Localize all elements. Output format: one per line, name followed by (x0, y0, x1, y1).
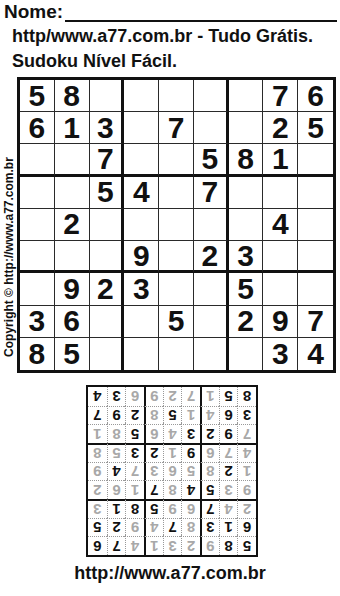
solution-cell-r5c3: 8 (200, 462, 219, 481)
cell-r5c4[interactable] (124, 209, 159, 241)
solution-cell-r6c1: 4 (237, 443, 256, 462)
cell-r7c9[interactable] (298, 273, 333, 305)
cell-r6c4: 9 (124, 241, 159, 273)
cell-r7c1[interactable] (20, 273, 55, 305)
solution-cell-r5c7: 7 (125, 462, 144, 481)
solution-cell-r8c2: 6 (219, 406, 238, 425)
cell-r4c6: 7 (194, 177, 229, 209)
solution-cell-r6c6: 2 (144, 443, 163, 462)
cell-r9c8: 3 (263, 338, 298, 370)
cell-r6c9[interactable] (298, 241, 333, 273)
solution-cell-r7c1: 7 (237, 424, 256, 443)
solution-cell-r7c3: 2 (200, 424, 219, 443)
cell-r2c6[interactable] (194, 112, 229, 144)
solution-cell-r8c6: 8 (144, 406, 163, 425)
cell-r2c8: 2 (263, 112, 298, 144)
solution-cell-r9c2: 5 (219, 387, 238, 406)
solution-cell-r7c8: 8 (107, 424, 126, 443)
solution-cell-r8c8: 9 (107, 406, 126, 425)
cell-r7c3: 2 (90, 273, 125, 305)
cell-r4c1[interactable] (20, 177, 55, 209)
solution-cell-r7c6: 6 (144, 424, 163, 443)
solution-cell-r8c5: 5 (163, 406, 182, 425)
solution-cell-r8c1: 3 (237, 406, 256, 425)
solution-cell-r9c3: 1 (200, 387, 219, 406)
solution-cell-r9c6: 9 (144, 387, 163, 406)
solution-cell-r4c4: 4 (181, 480, 200, 499)
sudoku-puzzle-grid: 587661372575815472492392353652978534 (17, 77, 336, 373)
solution-cell-r5c4: 5 (181, 462, 200, 481)
solution-cell-r1c2: 8 (219, 536, 238, 555)
name-row: Nome: (4, 1, 337, 22)
cell-r6c2[interactable] (55, 241, 90, 273)
solution-cell-r4c5: 8 (163, 480, 182, 499)
solution-cell-r1c5: 3 (163, 536, 182, 555)
solution-cell-r5c8: 4 (107, 462, 126, 481)
cell-r1c4[interactable] (124, 80, 159, 112)
solution-cell-r4c3: 5 (200, 480, 219, 499)
name-label: Nome: (4, 2, 63, 22)
solution-cell-r9c5: 2 (163, 387, 182, 406)
cell-r4c4: 4 (124, 177, 159, 209)
cell-r7c6[interactable] (194, 273, 229, 305)
cell-r2c1: 6 (20, 112, 55, 144)
cell-r8c7: 2 (229, 306, 264, 338)
cell-r8c2: 6 (55, 306, 90, 338)
solution-cell-r9c4: 7 (181, 387, 200, 406)
solution-cell-r2c3: 3 (200, 518, 219, 537)
solution-cell-r2c5: 7 (163, 518, 182, 537)
solution-cell-r7c9: 1 (88, 424, 107, 443)
footer-url: http://www.a77.com.br (0, 563, 340, 584)
cell-r6c7: 3 (229, 241, 264, 273)
solution-cell-r1c4: 2 (181, 536, 200, 555)
cell-r9c7[interactable] (229, 338, 264, 370)
solution-cell-r4c2: 3 (219, 480, 238, 499)
cell-r3c2[interactable] (55, 144, 90, 176)
solution-cell-r6c7: 3 (125, 443, 144, 462)
solution-cell-r6c5: 1 (163, 443, 182, 462)
cell-r6c3[interactable] (90, 241, 125, 273)
cell-r6c1[interactable] (20, 241, 55, 273)
name-blank-line (65, 1, 337, 22)
cell-r3c4[interactable] (124, 144, 159, 176)
cell-r9c2: 5 (55, 338, 90, 370)
solution-cell-r7c5: 4 (163, 424, 182, 443)
solution-cell-r9c8: 3 (107, 387, 126, 406)
solution-cell-r3c9: 3 (88, 499, 107, 518)
cell-r3c7: 8 (229, 144, 264, 176)
cell-r4c8[interactable] (263, 177, 298, 209)
cell-r3c5[interactable] (159, 144, 194, 176)
cell-r7c8[interactable] (263, 273, 298, 305)
cell-r9c3[interactable] (90, 338, 125, 370)
cell-r1c6[interactable] (194, 80, 229, 112)
solution-cell-r9c9: 4 (88, 387, 107, 406)
solution-cell-r5c9: 9 (88, 462, 107, 481)
solution-cell-r1c7: 4 (125, 536, 144, 555)
solution-cell-r1c9: 6 (88, 536, 107, 555)
cell-r4c2[interactable] (55, 177, 90, 209)
cell-r2c5: 7 (159, 112, 194, 144)
cell-r4c5[interactable] (159, 177, 194, 209)
cell-r8c5: 5 (159, 306, 194, 338)
solution-cell-r2c8: 2 (107, 518, 126, 537)
cell-r5c5[interactable] (159, 209, 194, 241)
cell-r5c1[interactable] (20, 209, 55, 241)
cell-r8c6[interactable] (194, 306, 229, 338)
cell-r6c5[interactable] (159, 241, 194, 273)
cell-r3c9[interactable] (298, 144, 333, 176)
cell-r9c5[interactable] (159, 338, 194, 370)
copyright-text: Copyright © http://www.a77.com.br (2, 157, 16, 357)
solution-cell-r6c9: 8 (88, 443, 107, 462)
cell-r3c1[interactable] (20, 144, 55, 176)
cell-r7c4: 3 (124, 273, 159, 305)
solution-cell-r5c2: 2 (219, 462, 238, 481)
solution-cell-r3c3: 7 (200, 499, 219, 518)
solution-cell-r5c5: 6 (163, 462, 182, 481)
cell-r4c7[interactable] (229, 177, 264, 209)
cell-r4c3: 5 (90, 177, 125, 209)
solution-cell-r6c2: 7 (219, 443, 238, 462)
solution-cell-r9c1: 8 (237, 387, 256, 406)
solution-cell-r3c8: 1 (107, 499, 126, 518)
cell-r1c8: 7 (263, 80, 298, 112)
solution-cell-r3c5: 9 (163, 499, 182, 518)
cell-r9c6[interactable] (194, 338, 229, 370)
cell-r6c6: 2 (194, 241, 229, 273)
solution-cell-r8c7: 2 (125, 406, 144, 425)
cell-r1c7[interactable] (229, 80, 264, 112)
solution-cell-r3c6: 5 (144, 499, 163, 518)
cell-r7c5[interactable] (159, 273, 194, 305)
cell-r1c5[interactable] (159, 80, 194, 112)
cell-r5c3[interactable] (90, 209, 125, 241)
cell-r3c3: 7 (90, 144, 125, 176)
solution-cell-r2c6: 4 (144, 518, 163, 537)
solution-cell-r3c7: 8 (125, 499, 144, 518)
cell-r5c6[interactable] (194, 209, 229, 241)
cell-r6c8[interactable] (263, 241, 298, 273)
solution-cell-r6c3: 6 (200, 443, 219, 462)
cell-r9c9: 4 (298, 338, 333, 370)
cell-r8c9: 7 (298, 306, 333, 338)
cell-r2c9: 5 (298, 112, 333, 144)
solution-cell-r1c1: 5 (237, 536, 256, 555)
solution-cell-r9c7: 6 (125, 387, 144, 406)
solution-cell-r8c4: 1 (181, 406, 200, 425)
solution-cell-r7c2: 9 (219, 424, 238, 443)
cell-r2c4[interactable] (124, 112, 159, 144)
cell-r5c9[interactable] (298, 209, 333, 241)
site-tagline: http/www.a77.com.br - Tudo Grátis. (12, 26, 338, 47)
solution-cell-r6c8: 5 (107, 443, 126, 462)
cell-r8c3[interactable] (90, 306, 125, 338)
solution-cell-r4c8: 6 (107, 480, 126, 499)
cell-r1c9: 6 (298, 80, 333, 112)
solution-cell-r4c1: 9 (237, 480, 256, 499)
solution-cell-r2c1: 6 (237, 518, 256, 537)
cell-r1c1: 5 (20, 80, 55, 112)
cell-r9c4[interactable] (124, 338, 159, 370)
solution-cell-r6c4: 9 (181, 443, 200, 462)
cell-r5c8: 4 (263, 209, 298, 241)
cell-r4c9[interactable] (298, 177, 333, 209)
cell-r5c2: 2 (55, 209, 90, 241)
cell-r3c6: 5 (194, 144, 229, 176)
solution-cell-r2c4: 8 (181, 518, 200, 537)
cell-r8c1: 3 (20, 306, 55, 338)
cell-r2c2: 1 (55, 112, 90, 144)
cell-r2c7[interactable] (229, 112, 264, 144)
cell-r2c3: 3 (90, 112, 125, 144)
cell-r7c2: 9 (55, 273, 90, 305)
solution-cell-r3c2: 4 (219, 499, 238, 518)
cell-r1c2: 8 (55, 80, 90, 112)
cell-r3c8: 1 (263, 144, 298, 176)
solution-cell-r2c9: 5 (88, 518, 107, 537)
solution-cell-r1c6: 1 (144, 536, 163, 555)
solution-cell-r8c3: 4 (200, 406, 219, 425)
solution-cell-r5c6: 3 (144, 462, 163, 481)
solution-cell-r1c8: 7 (107, 536, 126, 555)
solution-cell-r7c4: 3 (181, 424, 200, 443)
puzzle-level-title: Sudoku Nível Fácil. (12, 51, 338, 72)
solution-cell-r7c7: 5 (125, 424, 144, 443)
solution-cell-r2c7: 9 (125, 518, 144, 537)
cell-r8c4[interactable] (124, 306, 159, 338)
solution-cell-r3c1: 2 (237, 499, 256, 518)
solution-cell-r4c9: 2 (88, 480, 107, 499)
sudoku-solution-grid: 5892314766138749252476958139354871621285… (86, 385, 258, 557)
cell-r5c7[interactable] (229, 209, 264, 241)
solution-cell-r4c6: 7 (144, 480, 163, 499)
solution-cell-r3c4: 6 (181, 499, 200, 518)
cell-r7c7: 5 (229, 273, 264, 305)
solution-cell-r4c7: 1 (125, 480, 144, 499)
solution-cell-r2c2: 1 (219, 518, 238, 537)
cell-r9c1: 8 (20, 338, 55, 370)
solution-cell-r8c9: 7 (88, 406, 107, 425)
cell-r8c8: 9 (263, 306, 298, 338)
cell-r1c3[interactable] (90, 80, 125, 112)
solution-cell-r1c3: 9 (200, 536, 219, 555)
solution-cell-r5c1: 1 (237, 462, 256, 481)
